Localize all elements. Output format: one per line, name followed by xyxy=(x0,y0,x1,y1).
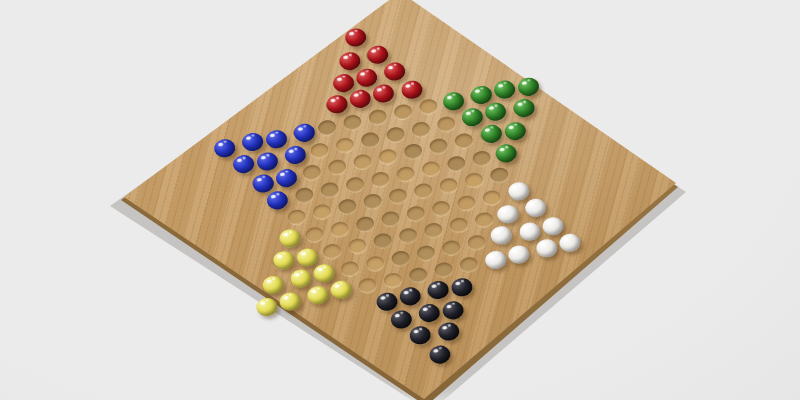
specular-highlight xyxy=(489,106,495,111)
hole[interactable] xyxy=(387,187,408,205)
hole[interactable] xyxy=(380,210,401,228)
specular-highlight-small xyxy=(275,131,278,134)
specular-highlight xyxy=(540,242,546,247)
specular-highlight xyxy=(405,84,411,89)
specular-highlight xyxy=(334,284,340,289)
specular-highlight xyxy=(512,185,518,190)
specular-highlight xyxy=(446,304,452,309)
specular-highlight xyxy=(447,95,453,100)
specular-highlight-small xyxy=(340,282,343,285)
specular-highlight-small xyxy=(285,170,288,173)
hole[interactable] xyxy=(395,165,416,183)
specular-highlight-small xyxy=(289,294,292,297)
specular-highlight-small xyxy=(518,184,521,187)
specular-highlight xyxy=(343,55,349,60)
specular-highlight-small xyxy=(428,305,431,308)
hole[interactable] xyxy=(410,120,431,138)
specular-highlight-small xyxy=(569,235,572,238)
marble-yellow[interactable] xyxy=(311,262,336,284)
marble-white[interactable] xyxy=(506,180,531,202)
specular-highlight xyxy=(260,301,266,306)
specular-highlight-small xyxy=(452,303,455,306)
specular-highlight xyxy=(311,289,317,294)
hole[interactable] xyxy=(294,186,315,204)
specular-highlight xyxy=(546,220,552,225)
specular-highlight xyxy=(517,102,523,107)
marble-green[interactable] xyxy=(515,76,540,98)
hole[interactable] xyxy=(466,233,487,251)
hole[interactable] xyxy=(385,125,406,143)
hole[interactable] xyxy=(337,198,358,216)
specular-highlight-small xyxy=(437,283,440,286)
marble-green[interactable] xyxy=(483,101,508,123)
specular-highlight-small xyxy=(494,104,497,107)
specular-highlight xyxy=(300,251,306,256)
specular-highlight xyxy=(337,77,343,82)
hole[interactable] xyxy=(342,114,363,132)
specular-highlight xyxy=(376,88,382,93)
specular-highlight xyxy=(512,248,518,253)
specular-highlight xyxy=(442,326,448,331)
hole[interactable] xyxy=(344,175,365,193)
marble-red[interactable] xyxy=(370,83,395,105)
marble-red[interactable] xyxy=(382,60,407,82)
marble-black[interactable] xyxy=(440,299,465,321)
specular-highlight-small xyxy=(262,176,265,179)
hole[interactable] xyxy=(453,132,474,150)
specular-highlight-small xyxy=(518,247,521,250)
specular-highlight xyxy=(371,49,377,54)
specular-highlight-small xyxy=(336,97,339,100)
hole[interactable] xyxy=(322,242,343,260)
hole[interactable] xyxy=(430,199,451,217)
specular-highlight-small xyxy=(545,240,548,243)
hole[interactable] xyxy=(339,260,360,278)
specular-highlight-small xyxy=(272,278,275,281)
marble-black[interactable] xyxy=(397,286,422,308)
hole[interactable] xyxy=(408,266,429,284)
marble-blue[interactable] xyxy=(212,137,237,159)
hole[interactable] xyxy=(360,131,381,149)
specular-highlight xyxy=(260,156,266,161)
specular-highlight xyxy=(330,98,336,103)
specular-highlight xyxy=(283,232,289,237)
hole[interactable] xyxy=(436,115,457,133)
marble-blue[interactable] xyxy=(231,153,256,175)
specular-highlight xyxy=(297,127,303,132)
hole[interactable] xyxy=(372,232,393,250)
specular-highlight-small xyxy=(349,54,352,57)
specular-highlight-small xyxy=(393,64,396,67)
hole[interactable] xyxy=(334,136,355,154)
hole[interactable] xyxy=(365,254,386,272)
specular-highlight xyxy=(433,348,439,353)
specular-highlight-small xyxy=(494,252,497,255)
specular-highlight-small xyxy=(506,206,509,209)
specular-highlight-small xyxy=(306,250,309,253)
specular-highlight xyxy=(279,172,285,177)
specular-highlight xyxy=(294,273,300,278)
specular-highlight-small xyxy=(534,200,537,203)
hole[interactable] xyxy=(398,227,419,245)
specular-highlight xyxy=(394,313,400,318)
specular-highlight-small xyxy=(523,101,526,104)
hole[interactable] xyxy=(319,181,340,199)
specular-highlight-small xyxy=(452,93,455,96)
marble-green[interactable] xyxy=(493,143,518,165)
specular-highlight-small xyxy=(300,271,303,274)
hole[interactable] xyxy=(301,163,322,181)
specular-highlight-small xyxy=(323,266,326,269)
hole[interactable] xyxy=(367,108,388,126)
hole[interactable] xyxy=(489,166,510,184)
specular-highlight xyxy=(266,279,272,284)
marble-black[interactable] xyxy=(427,343,452,365)
marble-black[interactable] xyxy=(449,276,474,298)
hole[interactable] xyxy=(405,204,426,222)
marble-white[interactable] xyxy=(523,197,548,219)
marble-red[interactable] xyxy=(343,26,368,48)
specular-highlight-small xyxy=(266,299,269,302)
specular-highlight xyxy=(218,142,224,147)
specular-highlight-small xyxy=(289,231,292,234)
specular-highlight-small xyxy=(354,30,357,33)
specular-highlight-small xyxy=(527,79,530,82)
specular-highlight-small xyxy=(359,92,362,95)
specular-highlight-small xyxy=(500,228,503,231)
hole[interactable] xyxy=(418,98,439,116)
hole[interactable] xyxy=(448,216,469,234)
specular-highlight-small xyxy=(514,123,517,126)
specular-highlight xyxy=(317,267,323,272)
specular-highlight xyxy=(349,31,355,36)
specular-highlight xyxy=(499,148,505,153)
marble-white[interactable] xyxy=(534,237,559,259)
specular-highlight xyxy=(489,254,495,259)
marble-green[interactable] xyxy=(459,106,484,128)
specular-highlight xyxy=(501,208,507,213)
specular-highlight xyxy=(498,83,504,88)
specular-highlight-small xyxy=(223,140,226,143)
marble-black[interactable] xyxy=(407,325,432,347)
specular-highlight-small xyxy=(419,328,422,331)
specular-highlight-small xyxy=(411,82,414,85)
marble-green[interactable] xyxy=(492,78,517,100)
specular-highlight-small xyxy=(409,289,412,292)
specular-highlight xyxy=(283,295,289,300)
specular-highlight xyxy=(403,290,409,295)
specular-highlight-small xyxy=(382,86,385,89)
marble-white[interactable] xyxy=(557,232,582,254)
hole[interactable] xyxy=(309,141,330,159)
specular-highlight-small xyxy=(365,70,368,73)
specular-highlight-small xyxy=(282,252,285,255)
hole[interactable] xyxy=(390,249,411,267)
marble-white[interactable] xyxy=(506,243,531,265)
specular-highlight xyxy=(413,329,419,334)
hole[interactable] xyxy=(317,119,338,137)
specular-highlight xyxy=(563,237,569,242)
hole[interactable] xyxy=(423,221,444,239)
marble-black[interactable] xyxy=(374,291,399,313)
marble-green[interactable] xyxy=(502,120,527,142)
specular-highlight xyxy=(277,254,283,259)
marble-black[interactable] xyxy=(388,308,413,330)
hole[interactable] xyxy=(413,182,434,200)
hole[interactable] xyxy=(463,171,484,189)
marble-blue[interactable] xyxy=(240,131,265,153)
specular-highlight xyxy=(270,195,276,200)
hole[interactable] xyxy=(357,277,378,295)
hole[interactable] xyxy=(441,238,462,256)
marble-yellow[interactable] xyxy=(328,279,353,301)
marble-white[interactable] xyxy=(495,203,520,225)
specular-highlight xyxy=(484,128,490,133)
specular-highlight-small xyxy=(552,219,555,222)
specular-highlight xyxy=(431,284,437,289)
hole[interactable] xyxy=(446,154,467,172)
specular-highlight-small xyxy=(448,324,451,327)
hole[interactable] xyxy=(393,103,414,121)
specular-highlight xyxy=(360,71,366,76)
hole[interactable] xyxy=(481,188,502,206)
marble-green[interactable] xyxy=(440,90,465,112)
specular-highlight-small xyxy=(505,146,508,149)
marble-red[interactable] xyxy=(347,88,372,110)
hole[interactable] xyxy=(420,160,441,178)
specular-highlight xyxy=(521,81,527,86)
marble-black[interactable] xyxy=(416,302,441,324)
hole[interactable] xyxy=(382,271,403,289)
specular-highlight xyxy=(288,149,294,154)
hole[interactable] xyxy=(428,137,449,155)
hole[interactable] xyxy=(327,158,348,176)
hole[interactable] xyxy=(362,192,383,210)
specular-highlight xyxy=(494,229,500,234)
marble-red[interactable] xyxy=(354,67,379,89)
hole[interactable] xyxy=(311,203,332,221)
specular-highlight xyxy=(380,296,386,301)
hole[interactable] xyxy=(304,225,325,243)
specular-highlight-small xyxy=(529,224,532,227)
specular-highlight xyxy=(422,307,428,312)
specular-highlight-small xyxy=(461,280,464,283)
specular-highlight xyxy=(269,133,275,138)
specular-highlight-small xyxy=(251,134,254,137)
specular-highlight-small xyxy=(294,148,297,151)
hole[interactable] xyxy=(458,256,479,274)
hole[interactable] xyxy=(456,194,477,212)
specular-highlight xyxy=(246,136,252,141)
specular-highlight-small xyxy=(303,125,306,128)
specular-highlight-small xyxy=(342,75,345,78)
specular-highlight-small xyxy=(490,126,493,129)
hole[interactable] xyxy=(471,149,492,167)
specular-highlight-small xyxy=(439,347,442,350)
photo-scene xyxy=(0,0,800,400)
specular-highlight-small xyxy=(471,110,474,113)
marble-yellow[interactable] xyxy=(254,296,279,318)
specular-highlight xyxy=(237,158,243,163)
hole[interactable] xyxy=(438,177,459,195)
specular-highlight xyxy=(353,93,359,98)
specular-highlight-small xyxy=(480,87,483,90)
hole[interactable] xyxy=(370,170,391,188)
specular-highlight-small xyxy=(386,294,389,297)
specular-highlight xyxy=(529,202,535,207)
specular-highlight-small xyxy=(503,82,506,85)
specular-highlight xyxy=(465,111,471,116)
specular-highlight xyxy=(474,89,480,94)
specular-highlight xyxy=(508,125,514,130)
marble-green[interactable] xyxy=(511,97,536,119)
marble-yellow[interactable] xyxy=(305,284,330,306)
marble-white[interactable] xyxy=(488,225,513,247)
star-hole-grid xyxy=(190,0,605,398)
specular-highlight xyxy=(523,226,529,231)
hole[interactable] xyxy=(329,220,350,238)
hole[interactable] xyxy=(403,142,424,160)
specular-highlight xyxy=(388,65,394,70)
marble-yellow[interactable] xyxy=(277,227,302,249)
marble-black[interactable] xyxy=(436,321,461,343)
hole[interactable] xyxy=(433,261,454,279)
specular-highlight-small xyxy=(242,157,245,160)
hole[interactable] xyxy=(347,237,368,255)
specular-highlight-small xyxy=(276,193,279,196)
hole[interactable] xyxy=(377,148,398,166)
specular-highlight-small xyxy=(266,154,269,157)
specular-highlight xyxy=(256,177,262,182)
hole[interactable] xyxy=(415,244,436,262)
specular-highlight-small xyxy=(377,47,380,50)
hole[interactable] xyxy=(354,215,375,233)
hole[interactable] xyxy=(286,208,307,226)
hole[interactable] xyxy=(352,153,373,171)
marble-yellow[interactable] xyxy=(277,290,302,312)
specular-highlight-small xyxy=(317,287,320,290)
specular-highlight-small xyxy=(400,312,403,315)
hole[interactable] xyxy=(474,211,495,229)
marble-white[interactable] xyxy=(483,249,508,271)
specular-highlight xyxy=(455,281,461,286)
